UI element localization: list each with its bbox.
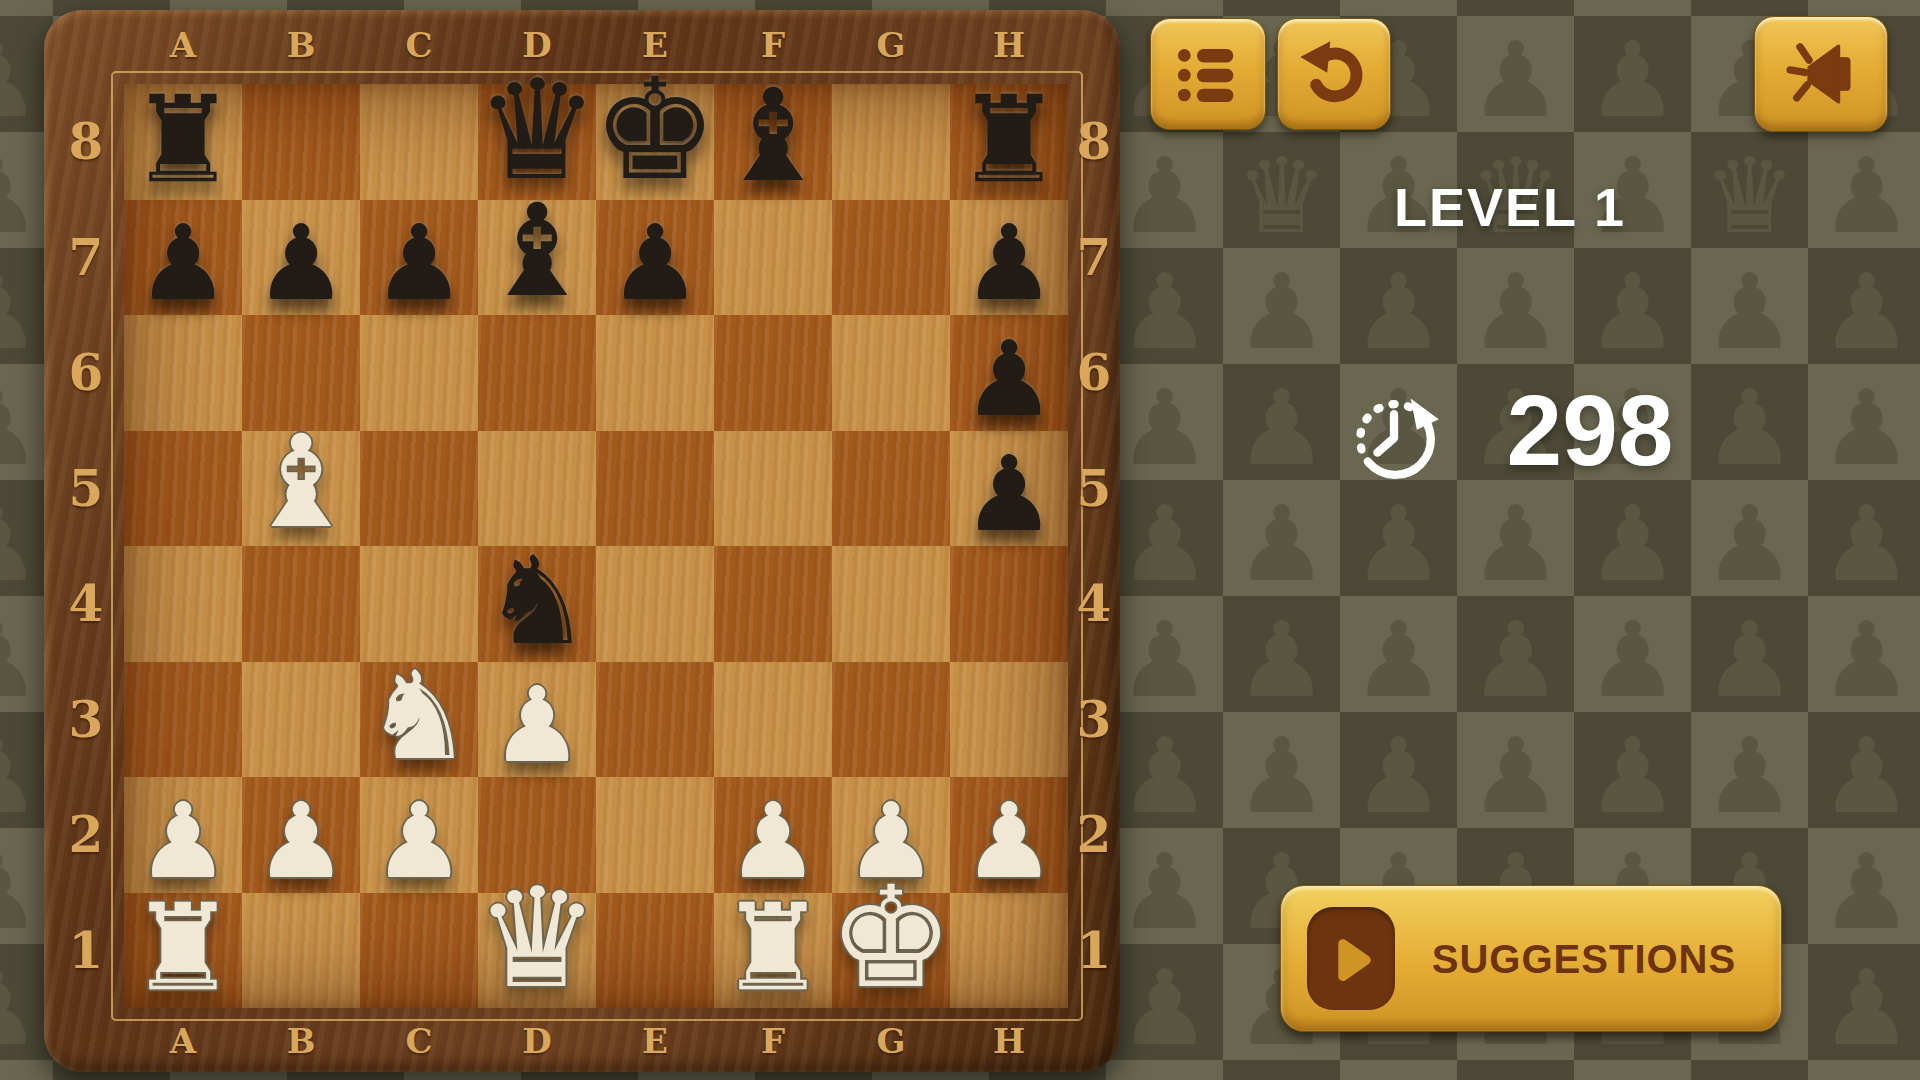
- pawn-silhouette: ♟: [650, 1072, 743, 1080]
- coord-label-1: 1: [1066, 893, 1122, 1009]
- background-square: ♟: [1106, 364, 1223, 480]
- background-square: ♟: [1574, 1060, 1691, 1080]
- background-square: ♟: [1574, 0, 1691, 16]
- pawn-silhouette: ♟: [65, 1072, 158, 1080]
- black-bishop-d7[interactable]: ♝: [480, 187, 595, 315]
- square-b5[interactable]: ♝: [242, 431, 360, 547]
- background-square: ♟: [1691, 0, 1808, 16]
- square-d6[interactable]: [478, 315, 596, 431]
- background-square: ♟: [1808, 480, 1920, 596]
- pawn-silhouette: ♟: [0, 260, 41, 364]
- coord-label-2: 2: [58, 777, 114, 893]
- background-square: ♟: [1106, 828, 1223, 944]
- background-square: ♟: [1106, 132, 1223, 248]
- background-square: ♟: [1808, 132, 1920, 248]
- coord-label-7: 7: [58, 200, 114, 316]
- background-square: ♟: [1457, 596, 1574, 712]
- pawn-silhouette: ♟: [1820, 608, 1913, 712]
- pawn-silhouette: ♟: [1001, 1072, 1094, 1080]
- square-h8[interactable]: ♜: [950, 84, 1068, 200]
- pawn-silhouette: ♟: [1820, 376, 1913, 480]
- white-queen-d1[interactable]: ♛: [475, 870, 599, 1008]
- chess-board: ABCDEFGH ABCDEFGH 87654321 87654321 ♜♛♚♝…: [44, 10, 1120, 1072]
- white-pawn-b2[interactable]: ♟: [254, 789, 347, 893]
- background-square: ♟: [1340, 248, 1457, 364]
- pawn-silhouette: ♟: [1118, 144, 1211, 248]
- square-g8[interactable]: [832, 84, 950, 200]
- pawn-silhouette: ♟: [1820, 492, 1913, 596]
- square-a2[interactable]: ♟: [124, 777, 242, 893]
- background-square: ♟: [1223, 248, 1340, 364]
- coord-label-G: G: [832, 1016, 950, 1066]
- black-pawn-b7[interactable]: ♟: [254, 211, 347, 315]
- square-c8[interactable]: [360, 84, 478, 200]
- black-pawn-e7[interactable]: ♟: [608, 211, 701, 315]
- background-square: ♟: [1574, 596, 1691, 712]
- square-a6[interactable]: [124, 315, 242, 431]
- pawn-silhouette: ♟: [1820, 724, 1913, 828]
- square-h6[interactable]: ♟: [950, 315, 1068, 431]
- rank-labels-left: 87654321: [58, 84, 114, 1008]
- background-square: ♟: [1808, 0, 1920, 16]
- file-labels-bottom: ABCDEFGH: [124, 1016, 1068, 1066]
- background-square: ♟: [1574, 248, 1691, 364]
- play-icon-box: [1307, 907, 1395, 1010]
- square-a1[interactable]: ♜: [124, 893, 242, 1009]
- pawn-silhouette: ♟: [1352, 492, 1445, 596]
- black-bishop-f8[interactable]: ♝: [716, 72, 831, 200]
- background-square: ♟: [1223, 0, 1340, 16]
- background-square: ♟: [1808, 364, 1920, 480]
- background-square: ♟: [1340, 0, 1457, 16]
- square-e1[interactable]: [596, 893, 714, 1009]
- square-a3[interactable]: [124, 662, 242, 778]
- background-square: ♟: [1457, 0, 1574, 16]
- square-e2[interactable]: [596, 777, 714, 893]
- coord-label-6: 6: [1066, 315, 1122, 431]
- pawn-silhouette: ♟: [1820, 840, 1913, 944]
- background-square: ♟: [1574, 16, 1691, 132]
- white-rook-f1[interactable]: ♜: [719, 888, 827, 1008]
- square-e7[interactable]: ♟: [596, 200, 714, 316]
- pawn-silhouette: ♟: [0, 840, 41, 944]
- square-c3[interactable]: ♞: [360, 662, 478, 778]
- sound-button[interactable]: [1754, 16, 1888, 132]
- background-square: ♟: [1223, 480, 1340, 596]
- square-e8[interactable]: ♚: [596, 84, 714, 200]
- white-rook-a1[interactable]: ♜: [129, 888, 237, 1008]
- pawn-silhouette: ♟: [1235, 376, 1328, 480]
- black-pawn-c7[interactable]: ♟: [372, 211, 465, 315]
- white-knight-c3[interactable]: ♞: [364, 655, 473, 777]
- square-f4[interactable]: [714, 546, 832, 662]
- coord-label-E: E: [596, 1016, 714, 1066]
- square-h2[interactable]: ♟: [950, 777, 1068, 893]
- pawn-silhouette: ♟: [1586, 608, 1679, 712]
- suggestions-label: SUGGESTIONS: [1401, 936, 1767, 981]
- pawn-silhouette: ♟: [1118, 0, 1211, 16]
- pawn-silhouette: ♟: [884, 1072, 977, 1080]
- background-square: ♟: [1223, 596, 1340, 712]
- coord-label-3: 3: [1066, 662, 1122, 778]
- coord-label-4: 4: [58, 546, 114, 662]
- coord-label-5: 5: [58, 431, 114, 547]
- background-square: ♟: [1808, 944, 1920, 1060]
- pawn-silhouette: ♟: [1118, 492, 1211, 596]
- coord-label-7: 7: [1066, 200, 1122, 316]
- square-f5[interactable]: [714, 431, 832, 547]
- background-square: ♟: [1106, 712, 1223, 828]
- coord-label-A: A: [124, 16, 242, 74]
- pawn-silhouette: ♟: [1586, 260, 1679, 364]
- pawn-silhouette: ♟: [1469, 492, 1562, 596]
- pawn-silhouette: ♟: [1469, 724, 1562, 828]
- background-square: ♟: [1223, 1060, 1340, 1080]
- coord-label-8: 8: [58, 84, 114, 200]
- pawn-silhouette: ♟: [1118, 1072, 1211, 1080]
- coord-label-6: 6: [58, 315, 114, 431]
- square-b2[interactable]: ♟: [242, 777, 360, 893]
- pawn-silhouette: ♟: [1703, 724, 1796, 828]
- pawn-silhouette: ♟: [0, 28, 41, 132]
- pawn-silhouette: ♟: [1820, 144, 1913, 248]
- play-icon: [1322, 925, 1380, 993]
- background-square: ♟: [1106, 1060, 1223, 1080]
- square-f8[interactable]: ♝: [714, 84, 832, 200]
- pawn-silhouette: ♟: [1820, 1072, 1913, 1080]
- pawn-silhouette: ♟: [1703, 1072, 1796, 1080]
- pawn-silhouette: ♟: [1235, 492, 1328, 596]
- pawn-silhouette: ♟: [1352, 1072, 1445, 1080]
- pawn-silhouette: ♟: [0, 492, 41, 596]
- background-square: ♟: [1106, 0, 1223, 16]
- pawn-silhouette: ♟: [1703, 0, 1796, 16]
- square-f2[interactable]: ♟: [714, 777, 832, 893]
- pawn-silhouette: ♟: [1235, 260, 1328, 364]
- square-c7[interactable]: ♟: [360, 200, 478, 316]
- pawn-silhouette: ♟: [1820, 956, 1913, 1060]
- undo-icon: [1294, 34, 1375, 113]
- pawn-silhouette: ♟: [0, 608, 41, 712]
- coord-label-C: C: [360, 1016, 478, 1066]
- coord-label-5: 5: [1066, 431, 1122, 547]
- coord-label-A: A: [124, 1016, 242, 1066]
- black-king-e8[interactable]: ♚: [592, 60, 718, 200]
- pawn-silhouette: ♟: [0, 724, 41, 828]
- square-b1[interactable]: [242, 893, 360, 1009]
- suggestions-button[interactable]: SUGGESTIONS: [1280, 885, 1782, 1032]
- background-square: ♟: [1106, 944, 1223, 1060]
- white-pawn-f2[interactable]: ♟: [726, 789, 819, 893]
- square-g7[interactable]: [832, 200, 950, 316]
- square-e5[interactable]: [596, 431, 714, 547]
- moves-list-icon: [1167, 34, 1249, 113]
- background-square: ♟: [1223, 364, 1340, 480]
- pawn-silhouette: ♟: [1703, 608, 1796, 712]
- pawn-silhouette: ♟: [1469, 28, 1562, 132]
- timer-clock-icon: [1342, 386, 1446, 490]
- pawn-silhouette: ♟: [1469, 0, 1562, 16]
- white-pawn-a2[interactable]: ♟: [136, 789, 229, 893]
- undo-button[interactable]: [1277, 18, 1391, 130]
- background-square: ♟: [1808, 712, 1920, 828]
- white-pawn-c2[interactable]: ♟: [372, 789, 465, 893]
- pawn-silhouette: ♟: [416, 1072, 509, 1080]
- pawn-silhouette: ♟: [1820, 0, 1913, 16]
- background-square: ♟: [1457, 480, 1574, 596]
- pawn-silhouette: ♟: [1235, 0, 1328, 16]
- square-g4[interactable]: [832, 546, 950, 662]
- pawn-silhouette: ♟: [0, 144, 41, 248]
- square-a5[interactable]: [124, 431, 242, 547]
- square-g6[interactable]: [832, 315, 950, 431]
- coord-label-8: 8: [1066, 84, 1122, 200]
- pawn-silhouette: ♟: [1586, 492, 1679, 596]
- square-f6[interactable]: [714, 315, 832, 431]
- background-square: ♟: [1223, 712, 1340, 828]
- square-b7[interactable]: ♟: [242, 200, 360, 316]
- black-knight-d4[interactable]: ♞: [482, 540, 591, 662]
- square-d1[interactable]: ♛: [478, 893, 596, 1009]
- background-square: ♟: [1106, 248, 1223, 364]
- coord-label-1: 1: [58, 893, 114, 1009]
- coord-label-H: H: [950, 16, 1068, 74]
- pawn-silhouette: ♟: [1352, 0, 1445, 16]
- square-e3[interactable]: [596, 662, 714, 778]
- background-square: ♟: [1340, 712, 1457, 828]
- pawn-silhouette: ♟: [1235, 1072, 1328, 1080]
- background-square: ♟: [1457, 712, 1574, 828]
- square-h1[interactable]: [950, 893, 1068, 1009]
- background-square: ♟: [1106, 480, 1223, 596]
- pawn-silhouette: ♟: [1469, 1072, 1562, 1080]
- coord-label-H: H: [950, 1016, 1068, 1066]
- level-label: LEVEL 1: [1210, 176, 1810, 238]
- rank-labels-right: 87654321: [1066, 84, 1122, 1008]
- background-square: ♟: [0, 1060, 53, 1080]
- background-square: ♟: [1691, 712, 1808, 828]
- square-c5[interactable]: [360, 431, 478, 547]
- pawn-silhouette: ♟: [1469, 260, 1562, 364]
- pawn-silhouette: ♟: [1118, 260, 1211, 364]
- square-c2[interactable]: ♟: [360, 777, 478, 893]
- coord-label-C: C: [360, 16, 478, 74]
- square-h5[interactable]: ♟: [950, 431, 1068, 547]
- pawn-silhouette: ♟: [1118, 376, 1211, 480]
- square-a4[interactable]: [124, 546, 242, 662]
- square-f7[interactable]: [714, 200, 832, 316]
- pawn-silhouette: ♟: [1352, 260, 1445, 364]
- square-a8[interactable]: ♜: [124, 84, 242, 200]
- black-pawn-h7[interactable]: ♟: [962, 211, 1055, 315]
- coord-label-2: 2: [1066, 777, 1122, 893]
- white-pawn-h2[interactable]: ♟: [962, 789, 1055, 893]
- chess-game-screen: ♟♟♟♟♟♟♟♟♟♟♟♟♟♟♟♟♟♟♟♟♟♟♟♟♟♟♟♟♟♟♟♟♟♟♟♟♟♛♟♛…: [0, 0, 1920, 1080]
- background-square: ♟: [1574, 480, 1691, 596]
- square-b3[interactable]: [242, 662, 360, 778]
- board-squares: ♜♛♚♝♜♟♟♟♝♟♟♟♝♟♞♞♟♟♟♟♟♟♟♜♛♜♚: [124, 84, 1068, 1008]
- square-f1[interactable]: ♜: [714, 893, 832, 1009]
- moves-list-button[interactable]: [1150, 18, 1266, 130]
- pawn-silhouette: ♟: [1235, 608, 1328, 712]
- pawn-silhouette: ♟: [1118, 724, 1211, 828]
- background-square: ♟: [1574, 712, 1691, 828]
- background-square: ♟: [1340, 596, 1457, 712]
- pawn-silhouette: ♟: [1352, 724, 1445, 828]
- square-e6[interactable]: [596, 315, 714, 431]
- pawn-silhouette: ♟: [1352, 608, 1445, 712]
- square-d3[interactable]: ♟: [478, 662, 596, 778]
- pawn-silhouette: ♟: [1118, 608, 1211, 712]
- coord-label-B: B: [242, 16, 360, 74]
- background-square: ♟: [1691, 596, 1808, 712]
- coord-label-F: F: [714, 1016, 832, 1066]
- background-square: ♟: [0, 0, 53, 16]
- background-square: ♟: [1691, 1060, 1808, 1080]
- background-square: ♟: [1808, 828, 1920, 944]
- pawn-silhouette: ♟: [1118, 840, 1211, 944]
- pawn-silhouette: ♟: [1118, 956, 1211, 1060]
- black-rook-a8[interactable]: ♜: [129, 80, 237, 200]
- square-c1[interactable]: [360, 893, 478, 1009]
- square-b4[interactable]: [242, 546, 360, 662]
- black-pawn-a7[interactable]: ♟: [136, 211, 229, 315]
- background-square: ♟: [1808, 596, 1920, 712]
- square-g5[interactable]: [832, 431, 950, 547]
- background-square: ♟: [1457, 248, 1574, 364]
- pawn-silhouette: ♟: [0, 1072, 41, 1080]
- pawn-silhouette: ♟: [0, 956, 41, 1060]
- square-h3[interactable]: [950, 662, 1068, 778]
- background-square: ♟: [1808, 248, 1920, 364]
- coord-label-B: B: [242, 1016, 360, 1066]
- coord-label-4: 4: [1066, 546, 1122, 662]
- pawn-silhouette: ♟: [1703, 492, 1796, 596]
- coord-label-G: G: [832, 16, 950, 74]
- square-a7[interactable]: ♟: [124, 200, 242, 316]
- black-rook-h8[interactable]: ♜: [955, 80, 1063, 200]
- pawn-silhouette: ♟: [1586, 28, 1679, 132]
- background-square: ♟: [1691, 480, 1808, 596]
- pawn-silhouette: ♟: [1820, 260, 1913, 364]
- square-b8[interactable]: [242, 84, 360, 200]
- sound-icon: [1773, 33, 1868, 115]
- pawn-silhouette: ♟: [1586, 0, 1679, 16]
- pawn-silhouette: ♟: [1586, 724, 1679, 828]
- background-square: ♟: [1808, 1060, 1920, 1080]
- pawn-silhouette: ♟: [1703, 260, 1796, 364]
- coord-label-D: D: [478, 1016, 596, 1066]
- background-square: ♟: [1691, 248, 1808, 364]
- coord-label-3: 3: [58, 662, 114, 778]
- black-pawn-h5[interactable]: ♟: [962, 442, 1055, 546]
- pawn-silhouette: ♟: [0, 376, 41, 480]
- timer-value: 298: [1460, 380, 1720, 480]
- square-f3[interactable]: [714, 662, 832, 778]
- background-square: ♟: [1457, 16, 1574, 132]
- black-pawn-h6[interactable]: ♟: [962, 327, 1055, 431]
- white-pawn-d3[interactable]: ♟: [490, 673, 583, 777]
- background-square: ♟: [1106, 596, 1223, 712]
- square-c6[interactable]: [360, 315, 478, 431]
- pawn-silhouette: ♟: [0, 0, 41, 16]
- pawn-silhouette: ♟: [182, 1072, 275, 1080]
- background-square: ♟: [1457, 1060, 1574, 1080]
- background-square: ♟: [1340, 1060, 1457, 1080]
- pawn-silhouette: ♟: [1469, 608, 1562, 712]
- white-king-g1[interactable]: ♚: [828, 868, 954, 1008]
- square-h4[interactable]: [950, 546, 1068, 662]
- square-e4[interactable]: [596, 546, 714, 662]
- square-d4[interactable]: ♞: [478, 546, 596, 662]
- pawn-silhouette: ♟: [533, 1072, 626, 1080]
- pawn-silhouette: ♟: [299, 1072, 392, 1080]
- pawn-silhouette: ♟: [1235, 724, 1328, 828]
- square-g3[interactable]: [832, 662, 950, 778]
- square-h7[interactable]: ♟: [950, 200, 1068, 316]
- square-g1[interactable]: ♚: [832, 893, 950, 1009]
- pawn-silhouette: ♟: [767, 1072, 860, 1080]
- white-bishop-b5[interactable]: ♝: [244, 418, 359, 546]
- square-d7[interactable]: ♝: [478, 200, 596, 316]
- pawn-silhouette: ♟: [1586, 1072, 1679, 1080]
- background-square: ♟: [1340, 480, 1457, 596]
